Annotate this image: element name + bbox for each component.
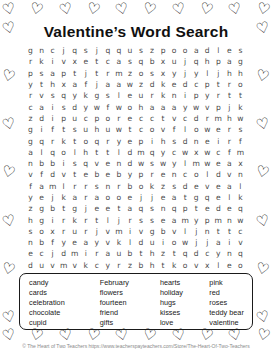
grid-cell: k <box>158 90 169 101</box>
grid-cell: e <box>102 169 113 180</box>
grid-cell: v <box>224 169 235 180</box>
grid-cell: s <box>147 68 158 79</box>
grid-cell: b <box>91 169 102 180</box>
grid-cell: c <box>36 248 47 259</box>
grid-cell: s <box>135 214 146 225</box>
grid-cell: t <box>169 248 180 259</box>
grid-cell: r <box>124 214 135 225</box>
grid-cell: c <box>135 113 146 124</box>
grid-cell: d <box>58 248 69 259</box>
grid-cell: q <box>47 147 58 158</box>
grid-cell: s <box>80 45 91 56</box>
word-bank-column: candycardscelebrationchocolatecupid <box>29 278 100 329</box>
grid-cell: r <box>224 124 235 135</box>
grid-cell: q <box>169 203 180 214</box>
grid-cell: e <box>124 90 135 101</box>
grid-cell: b <box>36 158 47 169</box>
grid-cell: g <box>36 214 47 225</box>
grid-cell: r <box>80 192 91 203</box>
grid-cell: t <box>91 56 102 67</box>
grid-cell: l <box>58 181 69 192</box>
grid-cell: g <box>69 203 80 214</box>
grid-cell: g <box>25 135 36 146</box>
grid-cell: b <box>124 181 135 192</box>
word-bank-item: cards <box>29 288 100 298</box>
grid-cell: m <box>235 147 246 158</box>
grid-cell: v <box>58 169 69 180</box>
grid-cell: o <box>169 237 180 248</box>
word-bank-column: Februaryflowersfourteenfriendgifts <box>100 278 160 329</box>
grid-cell: a <box>69 192 80 203</box>
grid-cell: k <box>36 56 47 67</box>
heart-icon: ♡ <box>255 308 272 327</box>
grid-cell: o <box>191 124 202 135</box>
grid-cell: i <box>224 237 235 248</box>
grid-cell: d <box>47 169 58 180</box>
grid-cell: t <box>235 90 246 101</box>
grid-cell: x <box>191 147 202 158</box>
grid-cell: c <box>213 147 224 158</box>
grid-cell: c <box>102 56 113 67</box>
grid-cell: a <box>147 101 158 112</box>
grid-cell: t <box>91 68 102 79</box>
heart-icon: ♡ <box>1 163 18 182</box>
grid-cell: m <box>113 226 124 237</box>
grid-cell: u <box>135 90 146 101</box>
grid-cell: o <box>102 192 113 203</box>
grid-cell: z <box>124 260 135 271</box>
grid-cell: t <box>213 226 224 237</box>
grid-cell: j <box>91 45 102 56</box>
grid-cell: m <box>113 68 124 79</box>
grid-cell: s <box>91 181 102 192</box>
grid-cell: t <box>91 214 102 225</box>
heart-icon: ♡ <box>85 0 102 18</box>
grid-cell: h <box>147 248 158 259</box>
grid-cell: q <box>135 203 146 214</box>
grid-cell: d <box>147 79 158 90</box>
heart-icon: ♡ <box>1 211 18 230</box>
grid-cell: a <box>169 101 180 112</box>
grid-cell: a <box>113 56 124 67</box>
grid-cell: l <box>180 226 191 237</box>
grid-cell: e <box>80 56 91 67</box>
grid-cell: a <box>102 248 113 259</box>
grid-cell: j <box>202 237 213 248</box>
grid-cell: e <box>158 214 169 225</box>
grid-cell: p <box>135 135 146 146</box>
heart-border-top: ♡♡♡♡♡♡♡♡♡♡ <box>2 1 270 17</box>
heart-icon: ♡ <box>29 0 46 18</box>
grid-cell: y <box>113 135 124 146</box>
heart-icon: ♡ <box>255 163 272 182</box>
grid-cell: e <box>224 203 235 214</box>
grid-cell: c <box>180 169 191 180</box>
word-bank-item: teddy bear <box>209 308 252 318</box>
grid-cell: n <box>102 181 113 192</box>
grid-cell: z <box>158 181 169 192</box>
grid-cell: p <box>213 56 224 67</box>
grid-cell: y <box>25 192 36 203</box>
grid-cell: o <box>169 45 180 56</box>
grid-cell: y <box>213 248 224 259</box>
grid-cell: o <box>102 113 113 124</box>
word-search-grid: gncjqsjqquszpooadlesrkivxetcasqbxujqhpag… <box>25 45 246 271</box>
grid-cell: y <box>169 158 180 169</box>
grid-cell: d <box>202 45 213 56</box>
grid-cell: h <box>47 79 58 90</box>
grid-cell: x <box>158 56 169 67</box>
grid-cell: v <box>102 237 113 248</box>
grid-cell: t <box>36 79 47 90</box>
heart-icon: ♡ <box>198 0 215 18</box>
grid-cell: b <box>124 248 135 259</box>
grid-cell: i <box>47 56 58 67</box>
grid-cell: q <box>235 203 246 214</box>
grid-cell: r <box>213 90 224 101</box>
grid-cell: p <box>58 68 69 79</box>
heart-icon: ♡ <box>0 326 17 345</box>
grid-cell: l <box>180 124 191 135</box>
grid-cell: s <box>235 124 246 135</box>
grid-cell: j <box>180 56 191 67</box>
grid-cell: l <box>213 260 224 271</box>
grid-cell: j <box>47 248 58 259</box>
grid-cell: n <box>224 214 235 225</box>
grid-cell: i <box>158 237 169 248</box>
grid-cell: r <box>113 260 124 271</box>
grid-cell: c <box>180 113 191 124</box>
grid-cell: g <box>91 90 102 101</box>
grid-cell: l <box>102 214 113 225</box>
worksheet-page: ♡♡♡♡♡♡♡♡♡♡ ♡♡♡♡♡♡♡♡♡♡ ♡♡♡♡♡♡♡ ♡♡♡♡♡♡♡ Va… <box>0 0 272 350</box>
grid-cell: y <box>25 79 36 90</box>
grid-cell: e <box>36 192 47 203</box>
grid-cell: c <box>191 79 202 90</box>
grid-cell: n <box>202 226 213 237</box>
grid-cell: n <box>36 45 47 56</box>
heart-icon: ♡ <box>255 67 272 86</box>
grid-cell: u <box>36 260 47 271</box>
grid-cell: p <box>191 90 202 101</box>
grid-cell: l <box>202 68 213 79</box>
grid-cell: o <box>191 169 202 180</box>
grid-cell: a <box>224 56 235 67</box>
grid-cell: e <box>158 169 169 180</box>
grid-cell: d <box>191 113 202 124</box>
heart-icon: ♡ <box>227 0 244 18</box>
grid-cell: p <box>25 68 36 79</box>
grid-cell: r <box>224 79 235 90</box>
grid-cell: h <box>224 68 235 79</box>
grid-cell: d <box>36 113 47 124</box>
word-bank-item: hugs <box>160 298 209 308</box>
grid-cell: t <box>58 203 69 214</box>
word-bank-item: February <box>100 278 160 288</box>
grid-cell: s <box>147 203 158 214</box>
grid-cell: w <box>202 147 213 158</box>
grid-cell: s <box>102 90 113 101</box>
grid-cell: q <box>69 45 80 56</box>
grid-cell: d <box>180 181 191 192</box>
grid-cell: t <box>213 79 224 90</box>
grid-cell: i <box>36 124 47 135</box>
grid-cell: c <box>169 147 180 158</box>
grid-cell: b <box>47 158 58 169</box>
grid-cell: e <box>102 158 113 169</box>
grid-cell: a <box>36 181 47 192</box>
grid-cell: r <box>102 68 113 79</box>
word-bank-item: friend <box>100 308 160 318</box>
grid-cell: j <box>80 203 91 214</box>
grid-cell: g <box>25 45 36 56</box>
grid-cell: o <box>235 79 246 90</box>
grid-cell: h <box>158 135 169 146</box>
grid-cell: s <box>147 214 158 225</box>
grid-cell: s <box>124 56 135 67</box>
copyright-footer: © The Heart of Two Teachers https://www.… <box>0 343 272 349</box>
grid-cell: s <box>25 226 36 237</box>
grid-cell: v <box>135 226 146 237</box>
grid-cell: s <box>69 158 80 169</box>
grid-cell: c <box>135 124 146 135</box>
grid-cell: n <box>235 169 246 180</box>
grid-cell: s <box>36 68 47 79</box>
grid-cell: s <box>47 90 58 101</box>
grid-cell: v <box>91 158 102 169</box>
grid-cell: j <box>213 68 224 79</box>
grid-cell: p <box>202 214 213 225</box>
grid-cell: e <box>224 45 235 56</box>
grid-cell: a <box>158 101 169 112</box>
grid-cell: t <box>191 203 202 214</box>
grid-cell: e <box>124 192 135 203</box>
heart-icon: ♡ <box>1 115 18 134</box>
grid-cell: r <box>147 90 158 101</box>
grid-cell: e <box>191 181 202 192</box>
grid-cell: s <box>69 124 80 135</box>
grid-cell: d <box>180 135 191 146</box>
grid-cell: l <box>235 181 246 192</box>
grid-cell: t <box>102 147 113 158</box>
grid-cell: c <box>235 226 246 237</box>
grid-cell: a <box>47 68 58 79</box>
grid-cell: w <box>235 214 246 225</box>
grid-cell: v <box>202 181 213 192</box>
grid-cell: r <box>202 113 213 124</box>
grid-cell: g <box>147 226 158 237</box>
grid-cell: k <box>235 101 246 112</box>
grid-cell: t <box>91 147 102 158</box>
heart-icon: ♡ <box>255 326 272 345</box>
heart-icon: ♡ <box>142 0 159 18</box>
grid-cell: o <box>180 45 191 56</box>
grid-cell: j <box>58 45 69 56</box>
grid-cell: r <box>224 135 235 146</box>
grid-cell: y <box>124 169 135 180</box>
grid-cell: e <box>202 203 213 214</box>
grid-cell: e <box>169 79 180 90</box>
grid-cell: w <box>113 124 124 135</box>
heart-icon: ♡ <box>255 115 272 134</box>
grid-cell: e <box>91 203 102 214</box>
grid-cell: q <box>36 135 47 146</box>
word-bank-item: holiday <box>160 288 209 298</box>
grid-cell: z <box>25 203 36 214</box>
grid-cell: n <box>158 203 169 214</box>
heart-icon: ♡ <box>0 0 17 18</box>
grid-cell: m <box>135 147 146 158</box>
grid-cell: n <box>25 237 36 248</box>
grid-cell: y <box>169 68 180 79</box>
grid-cell: a <box>69 79 80 90</box>
grid-cell: i <box>147 135 158 146</box>
grid-cell: o <box>58 147 69 158</box>
grid-cell: t <box>135 248 146 259</box>
grid-cell: r <box>58 226 69 237</box>
grid-cell: q <box>91 135 102 146</box>
grid-cell: s <box>147 158 158 169</box>
grid-cell: v <box>169 226 180 237</box>
grid-cell: o <box>113 192 124 203</box>
grid-cell: i <box>47 101 58 112</box>
grid-cell: w <box>158 158 169 169</box>
grid-cell: a <box>124 203 135 214</box>
grid-cell: v <box>102 226 113 237</box>
grid-cell: d <box>213 169 224 180</box>
grid-cell: o <box>80 135 91 146</box>
grid-cell: p <box>213 101 224 112</box>
grid-cell: a <box>213 237 224 248</box>
grid-cell: t <box>124 124 135 135</box>
heart-icon: ♡ <box>255 0 272 18</box>
grid-cell: z <box>124 68 135 79</box>
grid-cell: a <box>25 147 36 158</box>
word-bank-item: celebration <box>29 298 100 308</box>
grid-cell: k <box>113 237 124 248</box>
grid-cell: r <box>69 181 80 192</box>
word-bank-column: pinkredrosesteddy bearvalentine <box>209 278 252 329</box>
grid-cell: o <box>147 124 158 135</box>
grid-cell: r <box>25 90 36 101</box>
grid-cell: e <box>213 124 224 135</box>
grid-cell: e <box>80 169 91 180</box>
grid-cell: r <box>25 56 36 67</box>
grid-cell: a <box>36 101 47 112</box>
grid-cell: j <box>80 68 91 79</box>
grid-cell: r <box>80 214 91 225</box>
grid-cell: j <box>91 226 102 237</box>
word-bank-item: red <box>209 288 252 298</box>
grid-cell: i <box>124 226 135 237</box>
grid-cell: j <box>47 192 58 203</box>
grid-cell: e <box>224 260 235 271</box>
grid-cell: q <box>191 56 202 67</box>
grid-cell: j <box>91 79 102 90</box>
grid-cell: f <box>80 79 91 90</box>
grid-cell: f <box>235 135 246 146</box>
grid-cell: m <box>180 214 191 225</box>
grid-cell: f <box>224 147 235 158</box>
grid-cell: h <box>224 113 235 124</box>
grid-cell: v <box>235 237 246 248</box>
grid-cell: l <box>113 147 124 158</box>
grid-cell: q <box>202 192 213 203</box>
grid-cell: t <box>158 113 169 124</box>
grid-cell: w <box>91 101 102 112</box>
grid-cell: m <box>47 181 58 192</box>
grid-cell: y <box>58 237 69 248</box>
grid-cell: s <box>169 181 180 192</box>
word-bank-column: heartsholidayhugskisseslove <box>160 278 209 329</box>
grid-cell: a <box>91 192 102 203</box>
grid-cell: q <box>113 45 124 56</box>
word-bank-item: hearts <box>160 278 209 288</box>
grid-cell: y <box>80 101 91 112</box>
grid-cell: a <box>224 158 235 169</box>
grid-cell: c <box>202 248 213 259</box>
grid-cell: j <box>147 192 158 203</box>
grid-cell: h <box>25 214 36 225</box>
grid-cell: c <box>25 101 36 112</box>
grid-cell: q <box>180 248 191 259</box>
grid-cell: y <box>191 68 202 79</box>
grid-cell: n <box>25 158 36 169</box>
grid-cell: y <box>180 101 191 112</box>
grid-cell: f <box>47 237 58 248</box>
grid-cell: r <box>147 169 158 180</box>
word-bank-item: gifts <box>100 318 160 328</box>
grid-cell: k <box>69 214 80 225</box>
grid-cell: t <box>180 192 191 203</box>
heart-icon: ♡ <box>255 259 272 278</box>
grid-cell: q <box>235 248 246 259</box>
grid-cell: b <box>135 260 146 271</box>
grid-cell: i <box>47 214 58 225</box>
grid-cell: k <box>80 90 91 101</box>
grid-cell: j <box>113 214 124 225</box>
grid-cell: h <box>91 124 102 135</box>
grid-cell: a <box>80 237 91 248</box>
grid-cell: j <box>224 101 235 112</box>
heart-icon: ♡ <box>255 211 272 230</box>
grid-cell: w <box>180 147 191 158</box>
grid-cell: a <box>113 79 124 90</box>
grid-cell: n <box>169 90 180 101</box>
grid-cell: d <box>180 79 191 90</box>
grid-cell: v <box>69 260 80 271</box>
grid-cell: i <box>47 113 58 124</box>
grid-cell: k <box>58 135 69 146</box>
grid-cell: f <box>47 124 58 135</box>
grid-cell: d <box>124 147 135 158</box>
word-bank-item: flowers <box>100 288 160 298</box>
grid-cell: x <box>58 79 69 90</box>
grid-cell: x <box>158 68 169 79</box>
grid-cell: z <box>135 79 146 90</box>
grid-cell: d <box>135 237 146 248</box>
grid-cell: y <box>202 90 213 101</box>
heart-border-right: ♡♡♡♡♡♡♡ <box>255 20 271 325</box>
grid-cell: g <box>25 124 36 135</box>
grid-cell: n <box>113 158 124 169</box>
grid-cell: m <box>58 260 69 271</box>
grid-cell: f <box>169 124 180 135</box>
grid-cell: s <box>58 101 69 112</box>
grid-cell: a <box>191 45 202 56</box>
grid-cell: g <box>36 203 47 214</box>
grid-cell: y <box>158 147 169 158</box>
